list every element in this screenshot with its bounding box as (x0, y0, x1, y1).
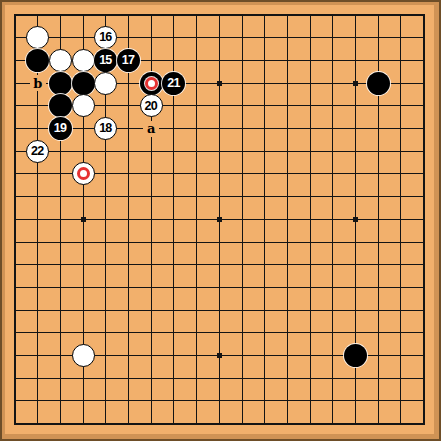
grid-line (400, 14, 401, 425)
grid-line (423, 14, 425, 425)
star-point (217, 81, 222, 86)
grid-line (242, 14, 243, 425)
stone-white-g15: 20 (140, 94, 163, 117)
star-point (353, 217, 358, 222)
stone-black-h16: 21 (162, 72, 185, 95)
move-number: 20 (145, 100, 157, 113)
grid-line (14, 264, 425, 265)
grid-line (14, 287, 425, 288)
move-number: 18 (99, 122, 111, 135)
grid-line (14, 310, 425, 311)
stone-white-d17 (72, 49, 95, 72)
stone-white-c17 (49, 49, 72, 72)
move-number: 22 (31, 145, 43, 158)
stone-black-q4 (344, 344, 367, 367)
grid-line (287, 14, 288, 425)
move-number: 16 (99, 31, 111, 44)
star-point (81, 217, 86, 222)
stone-white-b13: 22 (26, 140, 49, 163)
grid-line (14, 423, 425, 425)
stone-black-c14: 19 (49, 117, 72, 140)
circle-mark (145, 77, 158, 90)
grid-line (14, 332, 425, 333)
circle-mark (77, 167, 90, 180)
go-board-diagram: ba1615172120191822 (0, 0, 441, 441)
stone-black-d16 (72, 72, 95, 95)
move-number: 21 (167, 77, 179, 90)
star-point (217, 217, 222, 222)
stone-black-f17: 17 (117, 49, 140, 72)
stone-black-b17 (26, 49, 49, 72)
star-point (353, 81, 358, 86)
stone-white-d15 (72, 94, 95, 117)
stone-white-e16 (94, 72, 117, 95)
stone-black-c16 (49, 72, 72, 95)
grid-line (14, 378, 425, 379)
stone-white-d4 (72, 344, 95, 367)
grid-line (264, 14, 265, 425)
grid-line (14, 400, 425, 401)
stone-black-r16 (367, 72, 390, 95)
point-label-b: b (30, 75, 46, 91)
grid-line (332, 14, 333, 425)
point-label-a: a (143, 121, 159, 137)
move-number: 15 (99, 54, 111, 67)
grid-line (14, 242, 425, 243)
stone-black-g16 (140, 72, 163, 95)
move-number: 17 (122, 54, 134, 67)
grid-line (310, 14, 311, 425)
move-number: 19 (54, 122, 66, 135)
stone-white-d12 (72, 162, 95, 185)
star-point (217, 353, 222, 358)
